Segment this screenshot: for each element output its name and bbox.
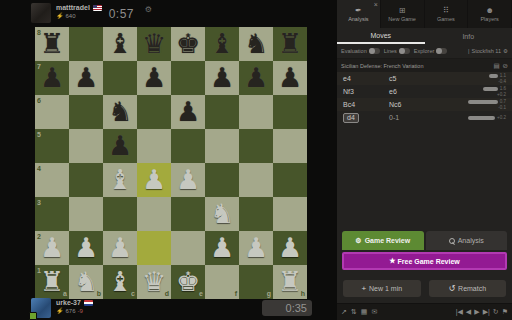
black-pawn-e6[interactable]: ♟ bbox=[171, 95, 205, 129]
move-black-3[interactable]: Nc6 bbox=[389, 101, 441, 108]
square-g5[interactable] bbox=[239, 129, 273, 163]
bullet-icon: ⚡ bbox=[56, 308, 64, 315]
square-f4[interactable] bbox=[205, 163, 239, 197]
square-h5[interactable] bbox=[273, 129, 307, 163]
white-queen-d1[interactable]: ♛ bbox=[137, 265, 171, 299]
square-d4[interactable]: ♟ bbox=[137, 163, 171, 197]
bottom-player-avatar[interactable] bbox=[31, 298, 51, 318]
square-g7[interactable]: ♟ bbox=[239, 61, 273, 95]
rank-label-3: 3 bbox=[37, 199, 41, 206]
share-icon[interactable]: ↗ bbox=[341, 308, 347, 316]
tab-label: New Game bbox=[388, 16, 416, 22]
eval-bar bbox=[483, 87, 498, 91]
tab-label: Analysis bbox=[348, 16, 368, 22]
tab-label: Players bbox=[480, 16, 498, 22]
eval-value: +0.2 bbox=[497, 92, 506, 97]
square-a1[interactable]: 1a♜ bbox=[35, 265, 69, 299]
eval-zone: 0.7-0.1 bbox=[450, 99, 506, 110]
square-h8[interactable]: ♜ bbox=[273, 27, 307, 61]
square-b3[interactable] bbox=[69, 197, 103, 231]
opening-name[interactable]: Sicilian Defense: French Variation bbox=[341, 63, 490, 69]
close-tab-icon[interactable]: × bbox=[374, 1, 378, 8]
move-white-1[interactable]: e4 bbox=[343, 75, 389, 82]
panel-tab-bar: ✒Analysis×⊞New Game⠿Games☻Players bbox=[337, 0, 512, 28]
white-rook-h1[interactable]: ♜ bbox=[273, 265, 307, 299]
flag-icon[interactable]: ⚑ bbox=[502, 308, 508, 316]
toggle-explorer[interactable]: Explorer bbox=[414, 48, 447, 54]
tab-moves[interactable]: Moves bbox=[337, 28, 425, 44]
footer-left-icons: ↗⇅▦✉ bbox=[341, 308, 377, 316]
black-rook-h8[interactable]: ♜ bbox=[273, 27, 307, 61]
black-rook-a8[interactable]: ♜ bbox=[35, 27, 69, 61]
tab-analysis[interactable]: ✒Analysis× bbox=[337, 0, 381, 28]
eval-bar bbox=[468, 100, 498, 104]
square-h1[interactable]: h♜ bbox=[273, 265, 307, 299]
square-e6[interactable]: ♟ bbox=[171, 95, 205, 129]
top-player-row: matttradel ⚡ 640 bbox=[31, 3, 102, 25]
white-knight-f3[interactable]: ♞ bbox=[205, 197, 239, 231]
bottom-player-name[interactable]: urke-37 bbox=[56, 299, 81, 307]
layout-icon[interactable]: ▦ bbox=[361, 308, 368, 316]
square-e1[interactable]: e♚ bbox=[171, 265, 205, 299]
square-g4[interactable] bbox=[239, 163, 273, 197]
rank-label-6: 6 bbox=[37, 97, 41, 104]
square-a5[interactable]: 5 bbox=[35, 129, 69, 163]
opening-book-icon[interactable]: ▤ bbox=[493, 62, 499, 70]
eval-bar bbox=[468, 116, 495, 120]
white-pawn-e4[interactable]: ♟ bbox=[171, 163, 205, 197]
next-move-icon[interactable]: ▶ bbox=[474, 308, 479, 316]
square-a2[interactable]: 2♟ bbox=[35, 231, 69, 265]
move-row-2: Nf3e61.6+0.2 bbox=[337, 85, 512, 98]
white-bishop-c1[interactable]: ♝ bbox=[103, 265, 137, 299]
cycle-moves-icon[interactable]: ↻ bbox=[493, 308, 499, 316]
prev-move-icon[interactable]: ◀ bbox=[466, 308, 471, 316]
square-d8[interactable]: ♛ bbox=[137, 27, 171, 61]
square-e5[interactable] bbox=[171, 129, 205, 163]
black-king-e8[interactable]: ♚ bbox=[171, 27, 205, 61]
eval-value: 0.7 bbox=[500, 99, 506, 104]
opening-row: Sicilian Defense: French Variation ▤⊘ bbox=[337, 59, 512, 72]
game-review-star-icon: ⚙ bbox=[355, 237, 361, 245]
move-black-1[interactable]: c5 bbox=[389, 75, 441, 82]
square-f5[interactable] bbox=[205, 129, 239, 163]
moves-info-subtabs: Moves Info bbox=[337, 28, 512, 44]
square-g8[interactable]: ♞ bbox=[239, 27, 273, 61]
file-label-f: f bbox=[235, 290, 237, 297]
square-g1[interactable]: g bbox=[239, 265, 273, 299]
move-row-4: d40-1+0.2 bbox=[337, 111, 512, 124]
panel-footer: ↗⇅▦✉ |◀◀▶▶|↻⚑ bbox=[337, 303, 512, 320]
move-row-1: e4c51.1-0.4 bbox=[337, 72, 512, 85]
square-b4[interactable] bbox=[69, 163, 103, 197]
top-player-rating: 640 bbox=[66, 13, 76, 20]
square-f8[interactable]: ♝ bbox=[205, 27, 239, 61]
bottom-player-row: urke-37 ⚡ 676 -9 bbox=[31, 298, 93, 320]
toggle-evaluation[interactable]: Evaluation bbox=[341, 48, 380, 54]
black-pawn-g7[interactable]: ♟ bbox=[239, 61, 273, 95]
square-h3[interactable] bbox=[273, 197, 307, 231]
last-move-icon[interactable]: ▶| bbox=[483, 308, 490, 316]
eval-zone: +0.2 bbox=[450, 115, 506, 120]
toggle-label: Lines bbox=[384, 48, 397, 54]
magnifier-icon bbox=[449, 238, 455, 244]
black-pawn-d7[interactable]: ♟ bbox=[137, 61, 171, 95]
top-player-name[interactable]: matttradel bbox=[56, 4, 90, 12]
move-white-3[interactable]: Bc4 bbox=[343, 101, 389, 108]
square-h2[interactable]: ♟ bbox=[273, 231, 307, 265]
top-player-avatar[interactable] bbox=[31, 3, 51, 23]
chess-app-window: matttradel ⚡ 640 0:57 ⚙ 8♜♝♛♚♝♞♜7♟♟♟♟♟♟6… bbox=[0, 0, 512, 320]
top-player-flag-icon bbox=[93, 5, 102, 11]
square-d5[interactable] bbox=[137, 129, 171, 163]
square-b5[interactable] bbox=[69, 129, 103, 163]
bottom-player-clock: 0:35 bbox=[262, 300, 312, 316]
white-bishop-c4[interactable]: ♝ bbox=[103, 163, 137, 197]
analysis-icon: ✒ bbox=[355, 6, 362, 15]
white-pawn-a2[interactable]: ♟ bbox=[35, 231, 69, 265]
footer-right-icons: |◀◀▶▶|↻⚑ bbox=[456, 308, 508, 316]
engine-toggles-row: EvaluationLinesExplorer | Stockfish 11 ⚙ bbox=[337, 44, 512, 59]
black-knight-g8[interactable]: ♞ bbox=[239, 27, 273, 61]
analysis-review-label: Analysis bbox=[458, 237, 484, 244]
square-b1[interactable]: b♞ bbox=[69, 265, 103, 299]
square-g2[interactable]: ♟ bbox=[239, 231, 273, 265]
square-c3[interactable] bbox=[103, 197, 137, 231]
square-f7[interactable]: ♟ bbox=[205, 61, 239, 95]
square-d7[interactable]: ♟ bbox=[137, 61, 171, 95]
new-game-button[interactable]: + New 1 min bbox=[343, 280, 421, 297]
square-d6[interactable] bbox=[137, 95, 171, 129]
square-c8[interactable]: ♝ bbox=[103, 27, 137, 61]
square-e4[interactable]: ♟ bbox=[171, 163, 205, 197]
game-review-label: Game Review bbox=[365, 237, 411, 244]
square-c4[interactable]: ♝ bbox=[103, 163, 137, 197]
square-a3[interactable]: 3 bbox=[35, 197, 69, 231]
black-queen-d8[interactable]: ♛ bbox=[137, 27, 171, 61]
toggle-label: Explorer bbox=[414, 48, 434, 54]
white-pawn-b2[interactable]: ♟ bbox=[69, 231, 103, 265]
eval-value: +0.2 bbox=[497, 115, 506, 120]
square-c5[interactable]: ♟ bbox=[103, 129, 137, 163]
square-g6[interactable] bbox=[239, 95, 273, 129]
toggle-lines[interactable]: Lines bbox=[384, 48, 410, 54]
hide-lines-icon[interactable]: ⊘ bbox=[503, 62, 508, 70]
square-b6[interactable] bbox=[69, 95, 103, 129]
rematch-button[interactable]: ↺ Rematch bbox=[429, 280, 507, 297]
flip-board-icon[interactable]: ⇅ bbox=[351, 308, 357, 316]
analysis-review-tab[interactable]: Analysis bbox=[426, 231, 508, 250]
square-c6[interactable]: ♞ bbox=[103, 95, 137, 129]
square-f3[interactable]: ♞ bbox=[205, 197, 239, 231]
square-h4[interactable] bbox=[273, 163, 307, 197]
square-a8[interactable]: 8♜ bbox=[35, 27, 69, 61]
square-e2[interactable] bbox=[171, 231, 205, 265]
black-pawn-h7[interactable]: ♟ bbox=[273, 61, 307, 95]
square-b2[interactable]: ♟ bbox=[69, 231, 103, 265]
players-icon: ☻ bbox=[485, 6, 493, 15]
tab-new-game[interactable]: ⊞New Game bbox=[381, 0, 425, 28]
explorer-switch[interactable] bbox=[436, 48, 447, 54]
new-game-icon: ⊞ bbox=[399, 6, 406, 15]
move-white-4[interactable]: d4 bbox=[343, 113, 389, 123]
games-icon: ⠿ bbox=[443, 6, 449, 15]
tab-info[interactable]: Info bbox=[425, 28, 512, 44]
game-result[interactable]: 0-1 bbox=[389, 114, 441, 121]
square-d3[interactable] bbox=[137, 197, 171, 231]
eval-zone: 1.1-0.4 bbox=[450, 73, 506, 84]
move-list: e4c51.1-0.4Nf3e61.6+0.2Bc4Nc60.7-0.1d40-… bbox=[337, 72, 512, 124]
game-review-tab[interactable]: ⚙ Game Review bbox=[342, 231, 424, 250]
white-pawn-g2[interactable]: ♟ bbox=[239, 231, 273, 265]
rematch-icon: ↺ bbox=[448, 284, 455, 293]
square-f6[interactable] bbox=[205, 95, 239, 129]
black-pawn-f7[interactable]: ♟ bbox=[205, 61, 239, 95]
square-c7[interactable] bbox=[103, 61, 137, 95]
square-e8[interactable]: ♚ bbox=[171, 27, 205, 61]
white-pawn-f2[interactable]: ♟ bbox=[205, 231, 239, 265]
square-b7[interactable]: ♟ bbox=[69, 61, 103, 95]
move-black-2[interactable]: e6 bbox=[389, 88, 441, 95]
eval-zone: 1.6+0.2 bbox=[450, 86, 506, 97]
free-game-review-button[interactable]: ★ Free Game Review bbox=[342, 252, 507, 270]
square-c2[interactable]: ♟ bbox=[103, 231, 137, 265]
eval-bar bbox=[489, 74, 498, 78]
eval-value: -0.4 bbox=[498, 79, 506, 84]
file-label-g: g bbox=[267, 290, 271, 297]
square-a6[interactable]: 6 bbox=[35, 95, 69, 129]
square-f2[interactable]: ♟ bbox=[205, 231, 239, 265]
panel-spacer bbox=[337, 124, 512, 231]
tab-games[interactable]: ⠿Games bbox=[425, 0, 469, 28]
first-move-icon[interactable]: |◀ bbox=[456, 308, 463, 316]
free-review-label: Free Game Review bbox=[398, 258, 460, 265]
eval-value: 1.6 bbox=[500, 86, 506, 91]
square-d2[interactable] bbox=[137, 231, 171, 265]
move-white-2[interactable]: Nf3 bbox=[343, 88, 389, 95]
chess-board[interactable]: 8♜♝♛♚♝♞♜7♟♟♟♟♟♟6♞♟5♟4♝♟♟3♞2♟♟♟♟♟♟1a♜b♞c♝… bbox=[35, 27, 307, 299]
square-e3[interactable] bbox=[171, 197, 205, 231]
lines-switch[interactable] bbox=[399, 48, 410, 54]
white-pawn-c2[interactable]: ♟ bbox=[103, 231, 137, 265]
move-row-3: Bc4Nc60.7-0.1 bbox=[337, 98, 512, 111]
top-player-clock: 0:57 bbox=[109, 7, 134, 21]
white-rook-a1[interactable]: ♜ bbox=[35, 265, 69, 299]
online-status-dot bbox=[29, 312, 37, 320]
chat-icon[interactable]: ✉ bbox=[371, 308, 377, 316]
square-a4[interactable]: 4 bbox=[35, 163, 69, 197]
tab-players[interactable]: ☻Players bbox=[468, 0, 512, 28]
new-game-label: New 1 min bbox=[369, 285, 402, 292]
rank-label-4: 4 bbox=[37, 165, 41, 172]
rematch-label: Rematch bbox=[458, 285, 486, 292]
toggle-label: Evaluation bbox=[341, 48, 367, 54]
eval-value: -0.1 bbox=[498, 105, 506, 110]
black-bishop-c8[interactable]: ♝ bbox=[103, 27, 137, 61]
square-h7[interactable]: ♟ bbox=[273, 61, 307, 95]
plus-icon: + bbox=[361, 284, 366, 293]
analysis-panel: ✒Analysis×⊞New Game⠿Games☻Players Moves … bbox=[337, 0, 512, 320]
board-zone: matttradel ⚡ 640 0:57 ⚙ 8♜♝♛♚♝♞♜7♟♟♟♟♟♟6… bbox=[0, 0, 337, 320]
bottom-player-flag-icon bbox=[84, 300, 93, 306]
board-settings-gear-icon[interactable]: ⚙ bbox=[145, 5, 152, 14]
engine-name: Stockfish 11 bbox=[472, 48, 502, 54]
engine-settings-gear-icon[interactable]: ⚙ bbox=[503, 48, 508, 54]
white-pawn-h2[interactable]: ♟ bbox=[273, 231, 307, 265]
review-tabs: ⚙ Game Review Analysis bbox=[337, 231, 512, 250]
evaluation-switch[interactable] bbox=[369, 48, 380, 54]
action-row: + New 1 min ↺ Rematch bbox=[337, 270, 512, 303]
black-pawn-a7[interactable]: ♟ bbox=[35, 61, 69, 95]
square-h6[interactable] bbox=[273, 95, 307, 129]
bullet-icon: ⚡ bbox=[56, 13, 64, 20]
black-knight-c6[interactable]: ♞ bbox=[103, 95, 137, 129]
white-pawn-d4[interactable]: ♟ bbox=[137, 163, 171, 197]
rank-label-5: 5 bbox=[37, 131, 41, 138]
square-c1[interactable]: c♝ bbox=[103, 265, 137, 299]
square-f1[interactable]: f bbox=[205, 265, 239, 299]
square-g3[interactable] bbox=[239, 197, 273, 231]
black-bishop-f8[interactable]: ♝ bbox=[205, 27, 239, 61]
eval-value: 1.1 bbox=[500, 73, 506, 78]
square-a7[interactable]: 7♟ bbox=[35, 61, 69, 95]
white-knight-b1[interactable]: ♞ bbox=[69, 265, 103, 299]
star-icon: ★ bbox=[389, 257, 395, 265]
white-king-e1[interactable]: ♚ bbox=[171, 265, 205, 299]
tab-label: Games bbox=[437, 16, 455, 22]
square-d1[interactable]: d♛ bbox=[137, 265, 171, 299]
black-pawn-b7[interactable]: ♟ bbox=[69, 61, 103, 95]
separator: | bbox=[468, 48, 469, 54]
bottom-player-rating-change: -9 bbox=[78, 308, 83, 315]
square-b8[interactable] bbox=[69, 27, 103, 61]
black-pawn-c5[interactable]: ♟ bbox=[103, 129, 137, 163]
bottom-player-rating: 676 bbox=[66, 308, 76, 315]
square-e7[interactable] bbox=[171, 61, 205, 95]
